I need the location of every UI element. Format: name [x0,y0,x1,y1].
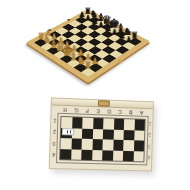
file-label: F [82,107,93,116]
file-label: H [60,106,71,115]
board-square [92,150,103,161]
file-label: B [125,108,136,117]
board-square [72,117,83,128]
chess-piece-black-king: ♚ [108,16,120,30]
board-square [103,118,114,129]
board-square [102,150,113,161]
board-square [113,119,124,130]
chess-piece-black-bishop: ♝ [115,22,127,34]
hinge-icon [48,29,52,31]
barcode-sticker [62,128,74,135]
file-label: A [136,109,147,118]
rank-label: 2 [148,132,151,138]
closed-box-face: HGFEDCBA 1234 1234 [50,105,153,170]
board-square [60,138,71,149]
rank-label: 3 [53,141,56,147]
closed-chess-box-view: HGFEDCBA 1234 1234 [49,97,154,171]
board-square [60,149,71,160]
board-square [71,149,82,160]
file-label: E [93,107,104,116]
open-board-grid: ♜♞♝♛♚♝♞♜♟♟♟♟♟♟♟♟♟♟♟♟♟♟♟♟♜♞♝♛♚♝♞♜ [34,13,141,77]
chess-piece-black-rook: ♜ [82,6,93,16]
chess-set-product-photo: ♜♞♝♛♚♝♞♜♟♟♟♟♟♟♟♟♟♟♟♟♟♟♟♟♜♞♝♛♚♝♞♜ HGFEDCB… [0,0,190,190]
board-square [92,139,103,150]
closed-board-grid [59,116,146,162]
rank-label: 4 [52,152,55,158]
board-square [133,140,144,151]
board-square [123,140,134,151]
board-square [82,118,93,129]
file-label: G [71,106,82,115]
board-square [124,130,135,141]
board-square [124,119,135,130]
board-square [102,139,113,150]
clasp-icon [98,100,110,106]
file-label: D [104,107,115,116]
board-square [82,128,93,139]
rank-label: 1 [149,121,152,127]
board-square [113,150,124,161]
board-square [113,129,124,140]
open-chess-set-view: ♜♞♝♛♚♝♞♜♟♟♟♟♟♟♟♟♟♟♟♟♟♟♟♟♜♞♝♛♚♝♞♜ [14,0,179,99]
file-label: C [114,108,125,117]
rank-label: 3 [148,143,151,149]
board-square [82,139,93,150]
board-square [93,118,104,129]
board-square [81,149,92,160]
board-square [61,117,72,128]
board-square [134,119,145,130]
board-square [92,129,103,140]
open-chess-board: ♜♞♝♛♚♝♞♜♟♟♟♟♟♟♟♟♟♟♟♟♟♟♟♟♜♞♝♛♚♝♞♜ [26,9,150,83]
rank-labels-right: 1234 [145,118,154,164]
rank-label: 4 [148,155,151,161]
board-square [133,151,144,162]
board-square [71,138,82,149]
board-square [113,140,124,151]
rank-label: 1 [54,117,57,123]
chess-piece-white-rook: ♜ [35,31,47,42]
rank-label: 2 [53,129,56,135]
chess-piece-black-queen: ♛ [101,13,112,26]
half-board-wrap [58,115,147,164]
hinge-icon [67,19,71,21]
board-square [134,130,145,141]
board-square [103,129,114,140]
clasp-icon [116,59,123,64]
board-square [123,150,134,161]
